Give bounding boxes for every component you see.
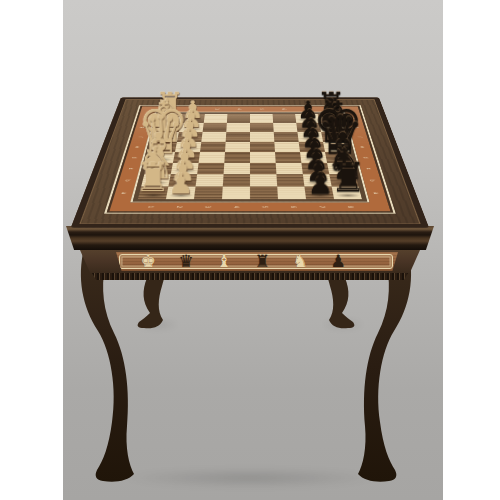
photo-stage: ♚♛♝♜♞♟ 1122334455667788aabbccddeeffgghh …: [0, 0, 500, 500]
coordinate-label: 3: [214, 108, 219, 109]
black-rook[interactable]: ♜: [330, 157, 366, 197]
coordinate-label: 2: [192, 108, 198, 109]
board-scene: 1122334455667788aabbccddeeffgghh ♜♟♟♜♞♟♟…: [0, 0, 500, 500]
coordinate-label: 7: [303, 108, 309, 109]
white-rook[interactable]: ♜: [134, 157, 170, 197]
tabletop-board-plane: 1122334455667788aabbccddeeffgghh ♜♟♟♜♞♟♟…: [71, 97, 429, 227]
coordinate-label: 6: [281, 108, 286, 109]
coordinate-label: 5: [258, 108, 263, 109]
white-pawn[interactable]: ♟: [167, 169, 193, 198]
black-pawn[interactable]: ♟: [307, 169, 333, 198]
coordinate-label: 4: [236, 108, 241, 109]
